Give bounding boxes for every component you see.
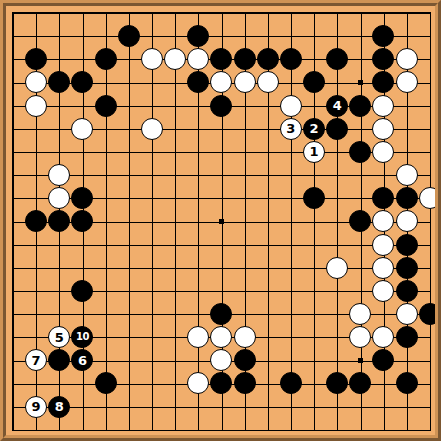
white-stone [372,141,394,163]
white-stone [396,210,418,232]
black-stone [210,372,232,394]
black-stone [349,210,371,232]
white-stone [396,303,418,325]
black-stone [396,372,418,394]
black-stone [234,349,256,371]
white-stone [396,164,418,186]
black-stone [372,25,394,47]
move-number-label: 2 [309,122,318,135]
black-stone [349,141,371,163]
white-stone [210,326,232,348]
white-stone [396,48,418,70]
black-stone [257,48,279,70]
black-stone [95,372,117,394]
white-stone [372,118,394,140]
white-stone: 7 [25,349,47,371]
black-stone: 4 [326,95,348,117]
white-stone [419,187,441,209]
white-stone [372,234,394,256]
black-stone [303,187,325,209]
white-stone [280,95,302,117]
white-stone [187,48,209,70]
black-stone [396,326,418,348]
black-stone [419,303,441,325]
move-number-label: 6 [78,353,87,366]
black-stone [326,372,348,394]
black-stone [71,280,93,302]
black-stone [372,349,394,371]
move-number-label: 8 [55,400,64,413]
black-stone: 6 [71,349,93,371]
black-stone [349,372,371,394]
black-stone [326,118,348,140]
black-stone [95,95,117,117]
black-stone [71,210,93,232]
black-stone [210,303,232,325]
black-stone [71,187,93,209]
black-stone [210,48,232,70]
black-stone [372,71,394,93]
black-stone [71,71,93,93]
black-stone [234,372,256,394]
black-stone [326,48,348,70]
white-stone [326,257,348,279]
black-stone [187,25,209,47]
black-stone [25,48,47,70]
white-stone [349,303,371,325]
white-stone [372,280,394,302]
white-stone [164,48,186,70]
black-stone [372,187,394,209]
white-stone: 3 [280,118,302,140]
white-stone [25,71,47,93]
black-stone [48,349,70,371]
move-number-label: 5 [55,330,64,343]
white-stone [71,118,93,140]
white-stone [372,326,394,348]
black-stone [210,95,232,117]
black-stone [187,71,209,93]
white-stone [372,95,394,117]
move-number-label: 7 [32,353,41,366]
white-stone: 1 [303,141,325,163]
move-number-label: 4 [333,99,342,112]
black-stone [234,48,256,70]
black-stone [25,210,47,232]
white-stone [396,71,418,93]
black-stone: 10 [71,326,93,348]
black-stone [396,187,418,209]
black-stone: 8 [48,396,70,418]
black-stone [280,372,302,394]
black-stone [280,48,302,70]
white-stone [48,187,70,209]
black-stone [396,234,418,256]
white-stone [141,48,163,70]
white-stone [210,71,232,93]
black-stone [349,95,371,117]
white-stone: 5 [48,326,70,348]
black-stone [372,48,394,70]
go-board-frame: 43215107698 [0,0,441,441]
white-stone [349,326,371,348]
white-stone [187,372,209,394]
white-stone [210,349,232,371]
move-number-label: 9 [32,400,41,413]
black-stone [48,210,70,232]
white-stone [372,257,394,279]
black-stone [48,71,70,93]
white-stone [372,210,394,232]
white-stone [141,118,163,140]
move-number-label: 1 [309,145,318,158]
move-number-label: 3 [286,122,295,135]
white-stone [234,326,256,348]
white-stone: 9 [25,396,47,418]
black-stone [396,280,418,302]
black-stone [118,25,140,47]
go-board: 43215107698 [1,1,441,441]
black-stone: 2 [303,118,325,140]
white-stone [25,95,47,117]
white-stone [234,71,256,93]
white-stone [48,164,70,186]
black-stone [95,48,117,70]
move-number-label: 10 [76,332,89,342]
black-stone [303,71,325,93]
black-stone [396,257,418,279]
white-stone [187,326,209,348]
white-stone [257,71,279,93]
